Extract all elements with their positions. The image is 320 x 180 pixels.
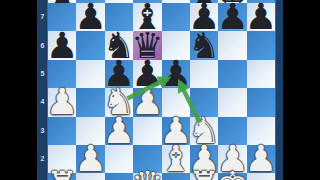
piece-white-pawn-a4[interactable]: ♟ <box>48 88 76 116</box>
piece-white-pawn-d4[interactable]: ♟ <box>133 88 161 116</box>
square-a1[interactable]: ♜ <box>48 173 76 180</box>
square-d4[interactable]: ♟ <box>133 88 161 116</box>
square-f6[interactable]: ♞ <box>190 31 218 59</box>
square-e2[interactable]: ♝ <box>162 145 190 173</box>
piece-black-pawn-e5[interactable]: ♟ <box>162 60 190 88</box>
square-b7[interactable]: ♟ <box>76 3 104 31</box>
square-e7[interactable] <box>162 3 190 31</box>
square-g1[interactable]: ♚ <box>218 173 246 180</box>
piece-white-king-g1[interactable]: ♚ <box>218 170 246 180</box>
piece-black-pawn-b7[interactable]: ♟ <box>76 3 104 31</box>
piece-white-rook-a1[interactable]: ♜ <box>48 170 76 180</box>
square-b5[interactable] <box>76 60 104 88</box>
letterbox-right <box>283 0 320 180</box>
piece-black-pawn-g7[interactable]: ♟ <box>218 3 246 31</box>
piece-white-pawn-c3[interactable]: ♟ <box>105 117 133 145</box>
square-a4[interactable]: ♟ <box>48 88 76 116</box>
piece-white-bishop-e2[interactable]: ♝ <box>162 145 190 173</box>
square-d1[interactable]: ♛ <box>133 173 161 180</box>
square-b4[interactable] <box>76 88 104 116</box>
chess-board[interactable]: ♜♜♚♟♝♟♟♟♟♞♛♞♟♟♟♟♞♟♟♟♞♟♝♟♟♟♜♛♜♚ <box>48 0 275 180</box>
piece-black-pawn-a6[interactable]: ♟ <box>48 31 76 59</box>
piece-white-pawn-h2[interactable]: ♟ <box>247 145 275 173</box>
square-e5[interactable]: ♟ <box>162 60 190 88</box>
square-h7[interactable]: ♟ <box>247 3 275 31</box>
piece-black-pawn-h7[interactable]: ♟ <box>247 3 275 31</box>
piece-white-rook-f1[interactable]: ♜ <box>190 170 218 180</box>
square-h4[interactable] <box>247 88 275 116</box>
square-g7[interactable]: ♟ <box>218 3 246 31</box>
square-h6[interactable] <box>247 31 275 59</box>
square-g4[interactable] <box>218 88 246 116</box>
square-b2[interactable]: ♟ <box>76 145 104 173</box>
square-b1[interactable] <box>76 173 104 180</box>
video-frame: ♜♜♚♟♝♟♟♟♟♞♛♞♟♟♟♟♞♟♟♟♞♟♝♟♟♟♜♛♜♚ 765432 <box>0 0 320 180</box>
piece-white-queen-d1[interactable]: ♛ <box>133 170 161 180</box>
piece-white-pawn-b2[interactable]: ♟ <box>76 145 104 173</box>
square-e1[interactable] <box>162 173 190 180</box>
square-g5[interactable] <box>218 60 246 88</box>
square-h1[interactable] <box>247 173 275 180</box>
square-h5[interactable] <box>247 60 275 88</box>
piece-black-knight-f6[interactable]: ♞ <box>190 31 218 59</box>
square-f5[interactable] <box>190 60 218 88</box>
square-c1[interactable] <box>105 173 133 180</box>
letterbox-left <box>0 0 37 180</box>
square-a3[interactable] <box>48 117 76 145</box>
square-c2[interactable] <box>105 145 133 173</box>
square-h2[interactable]: ♟ <box>247 145 275 173</box>
square-c3[interactable]: ♟ <box>105 117 133 145</box>
square-f1[interactable]: ♜ <box>190 173 218 180</box>
square-d3[interactable] <box>133 117 161 145</box>
square-g6[interactable] <box>218 31 246 59</box>
square-b6[interactable] <box>76 31 104 59</box>
square-a6[interactable]: ♟ <box>48 31 76 59</box>
